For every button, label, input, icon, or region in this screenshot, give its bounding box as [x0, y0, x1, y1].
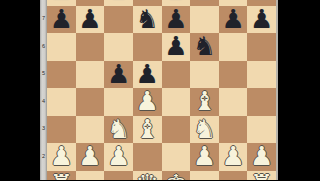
black-pawn-e7[interactable]: ♟ [164, 5, 187, 33]
black-pawn-d5[interactable]: ♟ [136, 60, 159, 88]
square-a2[interactable]: ♟ [47, 143, 76, 171]
square-f1[interactable] [190, 171, 219, 181]
white-knight-c3[interactable]: ♞ [107, 115, 130, 143]
rank-label-7: 7 [40, 15, 47, 21]
square-f7[interactable] [190, 6, 219, 34]
square-g3[interactable] [219, 116, 248, 144]
square-b5[interactable] [76, 61, 105, 89]
square-c6[interactable] [104, 33, 133, 61]
square-f5[interactable] [190, 61, 219, 89]
black-bishop-f8[interactable]: ♝ [193, 0, 216, 5]
square-e5[interactable] [162, 61, 191, 89]
square-d5[interactable]: ♟ [133, 61, 162, 89]
square-e6[interactable]: ♟ [162, 33, 191, 61]
chess-board: ♜♝♛♚♝♜♟♟♞♟♟♟♟♞♟♟♟♝♞♝♞♟♟♟♟♟♟♜♛♚♜ [47, 0, 276, 180]
black-pawn-a7[interactable]: ♟ [50, 5, 73, 33]
white-king-e1[interactable]: ♚ [164, 170, 187, 180]
square-g7[interactable]: ♟ [219, 6, 248, 34]
white-pawn-c2[interactable]: ♟ [107, 143, 130, 171]
rank-label-3: 3 [40, 125, 47, 131]
black-pawn-g7[interactable]: ♟ [221, 5, 244, 33]
square-e4[interactable] [162, 88, 191, 116]
square-c7[interactable] [104, 6, 133, 34]
square-h7[interactable]: ♟ [247, 6, 276, 34]
square-d1[interactable]: ♛ [133, 171, 162, 181]
square-h5[interactable] [247, 61, 276, 89]
square-a4[interactable] [47, 88, 76, 116]
square-h1[interactable]: ♜ [247, 171, 276, 181]
video-frame: 765432 ♜♝♛♚♝♜♟♟♞♟♟♟♟♞♟♟♟♝♞♝♞♟♟♟♟♟♟♜♛♚♜ [0, 0, 320, 180]
square-c1[interactable] [104, 171, 133, 181]
black-pawn-b7[interactable]: ♟ [78, 5, 101, 33]
square-f4[interactable]: ♝ [190, 88, 219, 116]
rank-coordinate-strip: 765432 [40, 0, 47, 180]
rank-label-2: 2 [40, 153, 47, 159]
black-pawn-e6[interactable]: ♟ [164, 33, 187, 61]
black-knight-d7[interactable]: ♞ [136, 5, 159, 33]
square-d2[interactable] [133, 143, 162, 171]
white-knight-f3[interactable]: ♞ [193, 115, 216, 143]
square-h6[interactable] [247, 33, 276, 61]
square-d3[interactable]: ♝ [133, 116, 162, 144]
square-g5[interactable] [219, 61, 248, 89]
square-g6[interactable] [219, 33, 248, 61]
square-e1[interactable]: ♚ [162, 171, 191, 181]
square-c3[interactable]: ♞ [104, 116, 133, 144]
square-d7[interactable]: ♞ [133, 6, 162, 34]
board-edge-line [276, 0, 278, 180]
square-g2[interactable]: ♟ [219, 143, 248, 171]
square-b2[interactable]: ♟ [76, 143, 105, 171]
rank-label-6: 6 [40, 43, 47, 49]
square-b1[interactable] [76, 171, 105, 181]
square-b7[interactable]: ♟ [76, 6, 105, 34]
square-d4[interactable]: ♟ [133, 88, 162, 116]
square-h2[interactable]: ♟ [247, 143, 276, 171]
black-bishop-c8[interactable]: ♝ [107, 0, 130, 5]
square-b4[interactable] [76, 88, 105, 116]
white-bishop-f4[interactable]: ♝ [193, 88, 216, 116]
white-bishop-d3[interactable]: ♝ [136, 115, 159, 143]
black-pawn-c5[interactable]: ♟ [107, 60, 130, 88]
white-pawn-h2[interactable]: ♟ [250, 143, 273, 171]
white-pawn-d4[interactable]: ♟ [136, 88, 159, 116]
white-rook-h1[interactable]: ♜ [250, 170, 273, 180]
square-f2[interactable]: ♟ [190, 143, 219, 171]
rank-label-5: 5 [40, 70, 47, 76]
black-pawn-h7[interactable]: ♟ [250, 5, 273, 33]
square-a1[interactable]: ♜ [47, 171, 76, 181]
square-b6[interactable] [76, 33, 105, 61]
white-queen-d1[interactable]: ♛ [136, 170, 159, 180]
square-a6[interactable] [47, 33, 76, 61]
square-a3[interactable] [47, 116, 76, 144]
square-c5[interactable]: ♟ [104, 61, 133, 89]
black-knight-f6[interactable]: ♞ [193, 33, 216, 61]
white-pawn-f2[interactable]: ♟ [193, 143, 216, 171]
square-h4[interactable] [247, 88, 276, 116]
square-c4[interactable] [104, 88, 133, 116]
square-e7[interactable]: ♟ [162, 6, 191, 34]
square-d6[interactable] [133, 33, 162, 61]
white-pawn-b2[interactable]: ♟ [78, 143, 101, 171]
square-a5[interactable] [47, 61, 76, 89]
square-a7[interactable]: ♟ [47, 6, 76, 34]
square-c2[interactable]: ♟ [104, 143, 133, 171]
square-g1[interactable] [219, 171, 248, 181]
square-e3[interactable] [162, 116, 191, 144]
square-h3[interactable] [247, 116, 276, 144]
square-g4[interactable] [219, 88, 248, 116]
square-e2[interactable] [162, 143, 191, 171]
white-rook-a1[interactable]: ♜ [50, 170, 73, 180]
white-pawn-a2[interactable]: ♟ [50, 143, 73, 171]
rank-label-4: 4 [40, 98, 47, 104]
square-b3[interactable] [76, 116, 105, 144]
white-pawn-g2[interactable]: ♟ [221, 143, 244, 171]
square-f6[interactable]: ♞ [190, 33, 219, 61]
square-f3[interactable]: ♞ [190, 116, 219, 144]
